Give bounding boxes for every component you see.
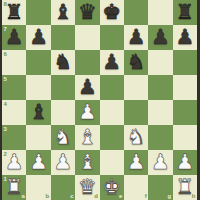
rank-label-5: 5 bbox=[4, 76, 7, 82]
square-e5[interactable] bbox=[100, 75, 124, 100]
black-pawn[interactable]: ♟ bbox=[127, 27, 146, 48]
white-pawn[interactable]: ♟ bbox=[29, 152, 48, 173]
white-bishop[interactable]: ♝ bbox=[78, 152, 97, 173]
square-b8[interactable] bbox=[26, 0, 50, 25]
square-b5[interactable] bbox=[26, 75, 50, 100]
black-pawn[interactable]: ♟ bbox=[175, 27, 194, 48]
white-rook[interactable]: ♜ bbox=[5, 177, 24, 198]
file-label-b: b bbox=[46, 193, 50, 199]
square-c7[interactable] bbox=[51, 25, 75, 50]
square-a3[interactable]: 3 bbox=[2, 125, 26, 150]
black-pawn[interactable]: ♟ bbox=[5, 27, 24, 48]
square-h7[interactable]: ♟ bbox=[173, 25, 197, 50]
square-a7[interactable]: 7♟ bbox=[2, 25, 26, 50]
square-h6[interactable] bbox=[173, 50, 197, 75]
square-h3[interactable] bbox=[173, 125, 197, 150]
square-c5[interactable] bbox=[51, 75, 75, 100]
square-e7[interactable] bbox=[100, 25, 124, 50]
square-c1[interactable]: c bbox=[51, 175, 75, 200]
rank-label-4: 4 bbox=[4, 101, 7, 107]
chess-app-background: 8♜♝♛♚♜7♟♟♟♟♟6♞♟♞5♟4♝♟3♞♝♞2♟♟♟♝♟♟♟1a♜bcd♛… bbox=[0, 0, 200, 200]
square-e4[interactable] bbox=[100, 100, 124, 125]
square-d3[interactable]: ♝ bbox=[75, 125, 99, 150]
white-king[interactable]: ♚ bbox=[102, 177, 121, 198]
black-rook[interactable]: ♜ bbox=[5, 2, 24, 23]
square-b2[interactable]: ♟ bbox=[26, 150, 50, 175]
black-pawn[interactable]: ♟ bbox=[29, 27, 48, 48]
square-d6[interactable] bbox=[75, 50, 99, 75]
white-queen[interactable]: ♛ bbox=[78, 177, 97, 198]
square-f4[interactable] bbox=[124, 100, 148, 125]
square-a6[interactable]: 6 bbox=[2, 50, 26, 75]
rank-label-3: 3 bbox=[4, 126, 7, 132]
black-knight[interactable]: ♞ bbox=[127, 52, 146, 73]
square-f2[interactable]: ♟ bbox=[124, 150, 148, 175]
white-pawn[interactable]: ♟ bbox=[78, 102, 97, 123]
square-h8[interactable]: ♜ bbox=[173, 0, 197, 25]
square-g4[interactable] bbox=[148, 100, 172, 125]
square-g7[interactable]: ♟ bbox=[148, 25, 172, 50]
black-pawn[interactable]: ♟ bbox=[102, 52, 121, 73]
square-g5[interactable] bbox=[148, 75, 172, 100]
square-f6[interactable]: ♞ bbox=[124, 50, 148, 75]
square-a2[interactable]: 2♟ bbox=[2, 150, 26, 175]
square-d4[interactable]: ♟ bbox=[75, 100, 99, 125]
square-e1[interactable]: e♚ bbox=[100, 175, 124, 200]
white-bishop[interactable]: ♝ bbox=[78, 127, 97, 148]
square-c2[interactable]: ♟ bbox=[51, 150, 75, 175]
black-bishop[interactable]: ♝ bbox=[54, 2, 73, 23]
square-e6[interactable]: ♟ bbox=[100, 50, 124, 75]
square-f7[interactable]: ♟ bbox=[124, 25, 148, 50]
square-d7[interactable] bbox=[75, 25, 99, 50]
square-a5[interactable]: 5 bbox=[2, 75, 26, 100]
square-g1[interactable]: g bbox=[148, 175, 172, 200]
white-rook[interactable]: ♜ bbox=[175, 177, 194, 198]
square-e8[interactable]: ♚ bbox=[100, 0, 124, 25]
square-d8[interactable]: ♛ bbox=[75, 0, 99, 25]
square-h5[interactable] bbox=[173, 75, 197, 100]
white-knight[interactable]: ♞ bbox=[54, 127, 73, 148]
square-e2[interactable] bbox=[100, 150, 124, 175]
square-a4[interactable]: 4 bbox=[2, 100, 26, 125]
square-a8[interactable]: 8♜ bbox=[2, 0, 26, 25]
square-c4[interactable] bbox=[51, 100, 75, 125]
black-pawn[interactable]: ♟ bbox=[151, 27, 170, 48]
file-label-f: f bbox=[145, 193, 147, 199]
square-b7[interactable]: ♟ bbox=[26, 25, 50, 50]
black-king[interactable]: ♚ bbox=[102, 2, 121, 23]
white-pawn[interactable]: ♟ bbox=[175, 152, 194, 173]
black-rook[interactable]: ♜ bbox=[175, 2, 194, 23]
square-g8[interactable] bbox=[148, 0, 172, 25]
square-f3[interactable]: ♞ bbox=[124, 125, 148, 150]
square-f8[interactable] bbox=[124, 0, 148, 25]
white-pawn[interactable]: ♟ bbox=[54, 152, 73, 173]
square-f1[interactable]: f bbox=[124, 175, 148, 200]
square-d2[interactable]: ♝ bbox=[75, 150, 99, 175]
white-pawn[interactable]: ♟ bbox=[5, 152, 24, 173]
square-h1[interactable]: h♜ bbox=[173, 175, 197, 200]
black-queen[interactable]: ♛ bbox=[78, 2, 97, 23]
square-a1[interactable]: 1a♜ bbox=[2, 175, 26, 200]
square-b6[interactable] bbox=[26, 50, 50, 75]
white-pawn[interactable]: ♟ bbox=[151, 152, 170, 173]
square-d1[interactable]: d♛ bbox=[75, 175, 99, 200]
black-knight[interactable]: ♞ bbox=[54, 52, 73, 73]
white-pawn[interactable]: ♟ bbox=[127, 152, 146, 173]
square-f5[interactable] bbox=[124, 75, 148, 100]
square-g3[interactable] bbox=[148, 125, 172, 150]
square-c3[interactable]: ♞ bbox=[51, 125, 75, 150]
square-g2[interactable]: ♟ bbox=[148, 150, 172, 175]
square-b1[interactable]: b bbox=[26, 175, 50, 200]
white-knight[interactable]: ♞ bbox=[127, 127, 146, 148]
rank-label-6: 6 bbox=[4, 51, 7, 57]
square-d5[interactable]: ♟ bbox=[75, 75, 99, 100]
black-bishop[interactable]: ♝ bbox=[29, 102, 48, 123]
square-b3[interactable] bbox=[26, 125, 50, 150]
black-pawn[interactable]: ♟ bbox=[78, 77, 97, 98]
square-h4[interactable] bbox=[173, 100, 197, 125]
file-label-c: c bbox=[70, 193, 73, 199]
chess-board: 8♜♝♛♚♜7♟♟♟♟♟6♞♟♞5♟4♝♟3♞♝♞2♟♟♟♝♟♟♟1a♜bcd♛… bbox=[2, 0, 197, 200]
square-h2[interactable]: ♟ bbox=[173, 150, 197, 175]
square-g6[interactable] bbox=[148, 50, 172, 75]
square-c6[interactable]: ♞ bbox=[51, 50, 75, 75]
square-e3[interactable] bbox=[100, 125, 124, 150]
file-label-g: g bbox=[167, 193, 171, 199]
square-c8[interactable]: ♝ bbox=[51, 0, 75, 25]
square-b4[interactable]: ♝ bbox=[26, 100, 50, 125]
